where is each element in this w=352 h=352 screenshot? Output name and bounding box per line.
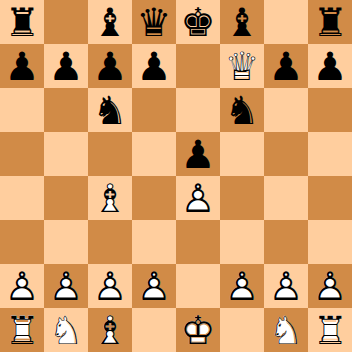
square-b7[interactable]: ♟ bbox=[44, 44, 88, 88]
square-a6[interactable] bbox=[0, 88, 44, 132]
square-d5[interactable] bbox=[132, 132, 176, 176]
square-f4[interactable] bbox=[220, 176, 264, 220]
square-b3[interactable] bbox=[44, 220, 88, 264]
square-g8[interactable] bbox=[264, 0, 308, 44]
square-h8[interactable]: ♜ bbox=[308, 0, 352, 44]
square-f1[interactable] bbox=[220, 308, 264, 352]
square-b8[interactable] bbox=[44, 0, 88, 44]
piece-white-pawn[interactable]: ♙ bbox=[132, 264, 176, 308]
square-c5[interactable] bbox=[88, 132, 132, 176]
square-e1[interactable]: ♚♔ bbox=[176, 308, 220, 352]
piece-black-knight[interactable]: ♞ bbox=[220, 88, 264, 132]
piece-white-pawn[interactable]: ♙ bbox=[264, 264, 308, 308]
piece-white-knight[interactable]: ♘ bbox=[264, 308, 308, 352]
piece-white-pawn[interactable]: ♙ bbox=[44, 264, 88, 308]
piece-white-pawn[interactable]: ♙ bbox=[308, 264, 352, 308]
square-e5[interactable]: ♟ bbox=[176, 132, 220, 176]
piece-white-king[interactable]: ♔ bbox=[176, 308, 220, 352]
piece-white-pawn[interactable]: ♙ bbox=[88, 264, 132, 308]
square-c1[interactable]: ♝♗ bbox=[88, 308, 132, 352]
piece-white-pawn[interactable]: ♙ bbox=[176, 176, 220, 220]
square-h5[interactable] bbox=[308, 132, 352, 176]
square-c8[interactable]: ♝ bbox=[88, 0, 132, 44]
square-f7[interactable]: ♛♕ bbox=[220, 44, 264, 88]
square-g6[interactable] bbox=[264, 88, 308, 132]
square-b6[interactable] bbox=[44, 88, 88, 132]
chess-board: ♜♝♛♚♝♜♟♟♟♟♛♕♟♟♞♞♟♝♗♟♙♟♙♟♙♟♙♟♙♟♙♟♙♟♙♜♖♞♘♝… bbox=[0, 0, 352, 352]
square-h6[interactable] bbox=[308, 88, 352, 132]
square-f8[interactable]: ♝ bbox=[220, 0, 264, 44]
square-h4[interactable] bbox=[308, 176, 352, 220]
square-d3[interactable] bbox=[132, 220, 176, 264]
square-c2[interactable]: ♟♙ bbox=[88, 264, 132, 308]
piece-black-king[interactable]: ♚ bbox=[176, 0, 220, 44]
square-g3[interactable] bbox=[264, 220, 308, 264]
square-e3[interactable] bbox=[176, 220, 220, 264]
piece-black-rook[interactable]: ♜ bbox=[308, 0, 352, 44]
square-b4[interactable] bbox=[44, 176, 88, 220]
square-b1[interactable]: ♞♘ bbox=[44, 308, 88, 352]
square-c3[interactable] bbox=[88, 220, 132, 264]
square-h2[interactable]: ♟♙ bbox=[308, 264, 352, 308]
square-a8[interactable]: ♜ bbox=[0, 0, 44, 44]
square-g2[interactable]: ♟♙ bbox=[264, 264, 308, 308]
square-e6[interactable] bbox=[176, 88, 220, 132]
piece-black-pawn[interactable]: ♟ bbox=[176, 132, 220, 176]
square-g7[interactable]: ♟ bbox=[264, 44, 308, 88]
square-e4[interactable]: ♟♙ bbox=[176, 176, 220, 220]
square-d4[interactable] bbox=[132, 176, 176, 220]
square-e7[interactable] bbox=[176, 44, 220, 88]
square-c4[interactable]: ♝♗ bbox=[88, 176, 132, 220]
piece-black-pawn[interactable]: ♟ bbox=[264, 44, 308, 88]
square-c7[interactable]: ♟ bbox=[88, 44, 132, 88]
piece-black-pawn[interactable]: ♟ bbox=[88, 44, 132, 88]
piece-black-bishop[interactable]: ♝ bbox=[220, 0, 264, 44]
square-d8[interactable]: ♛ bbox=[132, 0, 176, 44]
square-f3[interactable] bbox=[220, 220, 264, 264]
square-a4[interactable] bbox=[0, 176, 44, 220]
square-h7[interactable]: ♟ bbox=[308, 44, 352, 88]
piece-black-pawn[interactable]: ♟ bbox=[0, 44, 44, 88]
piece-black-pawn[interactable]: ♟ bbox=[44, 44, 88, 88]
piece-black-rook[interactable]: ♜ bbox=[0, 0, 44, 44]
square-f5[interactable] bbox=[220, 132, 264, 176]
square-e2[interactable] bbox=[176, 264, 220, 308]
square-f6[interactable]: ♞ bbox=[220, 88, 264, 132]
piece-white-rook[interactable]: ♖ bbox=[308, 308, 352, 352]
piece-white-queen[interactable]: ♕ bbox=[220, 44, 264, 88]
square-e8[interactable]: ♚ bbox=[176, 0, 220, 44]
square-a5[interactable] bbox=[0, 132, 44, 176]
square-d7[interactable]: ♟ bbox=[132, 44, 176, 88]
square-d2[interactable]: ♟♙ bbox=[132, 264, 176, 308]
piece-black-queen[interactable]: ♛ bbox=[132, 0, 176, 44]
square-g5[interactable] bbox=[264, 132, 308, 176]
square-b5[interactable] bbox=[44, 132, 88, 176]
piece-white-bishop[interactable]: ♗ bbox=[88, 308, 132, 352]
piece-white-pawn[interactable]: ♙ bbox=[220, 264, 264, 308]
square-g1[interactable]: ♞♘ bbox=[264, 308, 308, 352]
square-b2[interactable]: ♟♙ bbox=[44, 264, 88, 308]
piece-black-bishop[interactable]: ♝ bbox=[88, 0, 132, 44]
square-h3[interactable] bbox=[308, 220, 352, 264]
piece-white-rook[interactable]: ♖ bbox=[0, 308, 44, 352]
square-a7[interactable]: ♟ bbox=[0, 44, 44, 88]
square-g4[interactable] bbox=[264, 176, 308, 220]
piece-black-pawn[interactable]: ♟ bbox=[132, 44, 176, 88]
square-d1[interactable] bbox=[132, 308, 176, 352]
square-h1[interactable]: ♜♖ bbox=[308, 308, 352, 352]
square-a1[interactable]: ♜♖ bbox=[0, 308, 44, 352]
piece-white-pawn[interactable]: ♙ bbox=[0, 264, 44, 308]
piece-white-knight[interactable]: ♘ bbox=[44, 308, 88, 352]
square-c6[interactable]: ♞ bbox=[88, 88, 132, 132]
square-a2[interactable]: ♟♙ bbox=[0, 264, 44, 308]
square-f2[interactable]: ♟♙ bbox=[220, 264, 264, 308]
piece-white-bishop[interactable]: ♗ bbox=[88, 176, 132, 220]
piece-black-knight[interactable]: ♞ bbox=[88, 88, 132, 132]
square-d6[interactable] bbox=[132, 88, 176, 132]
square-a3[interactable] bbox=[0, 220, 44, 264]
piece-black-pawn[interactable]: ♟ bbox=[308, 44, 352, 88]
